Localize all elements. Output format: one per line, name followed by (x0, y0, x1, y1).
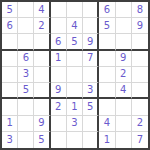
sudoku-cell-given[interactable]: 3 (83, 83, 99, 99)
sudoku-cell-given[interactable]: 6 (18, 51, 34, 67)
sudoku-cell-given[interactable]: 9 (116, 51, 132, 67)
sudoku-cell-given[interactable]: 2 (34, 18, 50, 34)
sudoku-cell-empty[interactable] (51, 67, 67, 83)
sudoku-cell-empty[interactable] (132, 51, 148, 67)
sudoku-cell-empty[interactable] (116, 34, 132, 50)
sudoku-cell-given[interactable]: 1 (99, 132, 115, 148)
sudoku-cell-empty[interactable] (132, 99, 148, 115)
sudoku-cell-empty[interactable] (83, 116, 99, 132)
sudoku-cell-empty[interactable] (2, 67, 18, 83)
sudoku-cell-given[interactable]: 3 (67, 116, 83, 132)
sudoku-cell-empty[interactable] (34, 51, 50, 67)
sudoku-cell-given[interactable]: 9 (34, 116, 50, 132)
sudoku-cell-given[interactable]: 9 (132, 18, 148, 34)
sudoku-cell-given[interactable]: 4 (67, 18, 83, 34)
sudoku-cell-empty[interactable] (99, 99, 115, 115)
sudoku-cell-empty[interactable] (18, 116, 34, 132)
sudoku-cell-empty[interactable] (83, 67, 99, 83)
sudoku-cell-empty[interactable] (132, 34, 148, 50)
sudoku-cell-given[interactable]: 2 (51, 99, 67, 115)
sudoku-cell-empty[interactable] (116, 18, 132, 34)
sudoku-cell-empty[interactable] (51, 116, 67, 132)
sudoku-cell-given[interactable]: 8 (132, 2, 148, 18)
sudoku-cell-given[interactable]: 1 (67, 99, 83, 115)
sudoku-cell-empty[interactable] (116, 132, 132, 148)
sudoku-cell-given[interactable]: 2 (116, 67, 132, 83)
sudoku-cell-empty[interactable] (2, 99, 18, 115)
sudoku-cell-given[interactable]: 5 (99, 18, 115, 34)
sudoku-cell-empty[interactable] (2, 83, 18, 99)
sudoku-cell-given[interactable]: 5 (18, 83, 34, 99)
sudoku-cell-empty[interactable] (67, 132, 83, 148)
sudoku-cell-empty[interactable] (51, 2, 67, 18)
sudoku-cell-given[interactable]: 2 (132, 116, 148, 132)
sudoku-cell-empty[interactable] (18, 18, 34, 34)
sudoku-cell-empty[interactable] (51, 132, 67, 148)
sudoku-cell-given[interactable]: 5 (83, 99, 99, 115)
sudoku-cell-empty[interactable] (132, 67, 148, 83)
sudoku-cell-empty[interactable] (18, 34, 34, 50)
sudoku-cell-empty[interactable] (34, 34, 50, 50)
sudoku-cell-empty[interactable] (18, 99, 34, 115)
sudoku-cell-given[interactable]: 4 (34, 2, 50, 18)
sudoku-cell-given[interactable]: 6 (2, 18, 18, 34)
sudoku-cell-given[interactable]: 9 (51, 83, 67, 99)
sudoku-cell-empty[interactable] (18, 2, 34, 18)
sudoku-cell-given[interactable]: 9 (83, 34, 99, 50)
sudoku-cell-empty[interactable] (67, 67, 83, 83)
sudoku-cell-empty[interactable] (99, 83, 115, 99)
sudoku-cell-given[interactable]: 3 (18, 67, 34, 83)
sudoku-cell-given[interactable]: 6 (51, 34, 67, 50)
sudoku-cell-empty[interactable] (83, 2, 99, 18)
sudoku-cell-given[interactable]: 1 (51, 51, 67, 67)
sudoku-cell-given[interactable]: 4 (99, 116, 115, 132)
sudoku-cell-given[interactable]: 7 (132, 132, 148, 148)
sudoku-cell-empty[interactable] (51, 18, 67, 34)
sudoku-cell-given[interactable]: 5 (2, 2, 18, 18)
sudoku-cell-given[interactable]: 5 (34, 132, 50, 148)
sudoku-cell-empty[interactable] (116, 99, 132, 115)
sudoku-cell-empty[interactable] (99, 67, 115, 83)
sudoku-cell-empty[interactable] (132, 83, 148, 99)
sudoku-cell-empty[interactable] (116, 116, 132, 132)
sudoku-cell-empty[interactable] (2, 51, 18, 67)
sudoku-cell-empty[interactable] (67, 51, 83, 67)
sudoku-board: 5468624596596179325934215193423517 (0, 0, 150, 150)
sudoku-cell-empty[interactable] (34, 67, 50, 83)
sudoku-cell-empty[interactable] (2, 34, 18, 50)
sudoku-cell-empty[interactable] (99, 34, 115, 50)
sudoku-cell-given[interactable]: 7 (83, 51, 99, 67)
sudoku-cell-empty[interactable] (67, 2, 83, 18)
sudoku-cell-empty[interactable] (18, 132, 34, 148)
sudoku-cell-given[interactable]: 3 (2, 132, 18, 148)
sudoku-cell-empty[interactable] (67, 83, 83, 99)
sudoku-cell-given[interactable]: 5 (67, 34, 83, 50)
sudoku-cell-empty[interactable] (34, 99, 50, 115)
sudoku-cell-given[interactable]: 6 (99, 2, 115, 18)
sudoku-cell-empty[interactable] (83, 18, 99, 34)
sudoku-cell-given[interactable]: 4 (116, 83, 132, 99)
sudoku-cell-empty[interactable] (116, 2, 132, 18)
sudoku-cell-empty[interactable] (99, 51, 115, 67)
sudoku-cell-empty[interactable] (83, 132, 99, 148)
sudoku-cell-given[interactable]: 1 (2, 116, 18, 132)
sudoku-cell-empty[interactable] (34, 83, 50, 99)
